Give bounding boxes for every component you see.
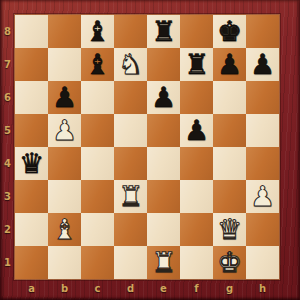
file-label-d: d (114, 280, 147, 300)
square-a1[interactable] (15, 246, 48, 279)
piece-black-queen: ♛ (19, 147, 44, 180)
rank-label-7: 7 (0, 48, 15, 81)
square-a2[interactable] (15, 213, 48, 246)
square-g8[interactable]: ♚ (213, 15, 246, 48)
file-labels: abcdefgh (15, 280, 279, 300)
square-d3[interactable]: ♜ (114, 180, 147, 213)
chessboard-frame: 87654321 ♝♜♚♝♞♜♟♟♟♟♟♟♛♜♟♝♛♜♚ abcdefgh (0, 0, 300, 300)
square-h2[interactable] (246, 213, 279, 246)
file-label-b: b (48, 280, 81, 300)
square-h5[interactable] (246, 114, 279, 147)
rank-label-6: 6 (0, 81, 15, 114)
square-a5[interactable] (15, 114, 48, 147)
square-c3[interactable] (81, 180, 114, 213)
square-d4[interactable] (114, 147, 147, 180)
square-g6[interactable] (213, 81, 246, 114)
rank-label-2: 2 (0, 213, 15, 246)
square-f6[interactable] (180, 81, 213, 114)
piece-white-king: ♚ (217, 246, 242, 279)
square-h3[interactable]: ♟ (246, 180, 279, 213)
square-d5[interactable] (114, 114, 147, 147)
square-d2[interactable] (114, 213, 147, 246)
square-a3[interactable] (15, 180, 48, 213)
square-a8[interactable] (15, 15, 48, 48)
piece-white-bishop: ♝ (52, 213, 77, 246)
square-f2[interactable] (180, 213, 213, 246)
square-g5[interactable] (213, 114, 246, 147)
square-d8[interactable] (114, 15, 147, 48)
rank-label-1: 1 (0, 246, 15, 279)
rank-label-8: 8 (0, 15, 15, 48)
square-b8[interactable] (48, 15, 81, 48)
square-e8[interactable]: ♜ (147, 15, 180, 48)
square-h6[interactable] (246, 81, 279, 114)
square-d7[interactable]: ♞ (114, 48, 147, 81)
square-b1[interactable] (48, 246, 81, 279)
piece-white-queen: ♛ (217, 213, 242, 246)
square-b7[interactable] (48, 48, 81, 81)
piece-black-bishop: ♝ (85, 48, 110, 81)
square-e6[interactable]: ♟ (147, 81, 180, 114)
rank-labels: 87654321 (0, 15, 15, 279)
square-f1[interactable] (180, 246, 213, 279)
square-b2[interactable]: ♝ (48, 213, 81, 246)
square-a4[interactable]: ♛ (15, 147, 48, 180)
piece-black-bishop: ♝ (85, 15, 110, 48)
rank-label-5: 5 (0, 114, 15, 147)
piece-white-rook: ♜ (151, 246, 176, 279)
file-label-h: h (246, 280, 279, 300)
square-e4[interactable] (147, 147, 180, 180)
square-g1[interactable]: ♚ (213, 246, 246, 279)
piece-white-pawn: ♟ (52, 114, 77, 147)
piece-black-pawn: ♟ (250, 48, 275, 81)
square-d6[interactable] (114, 81, 147, 114)
square-c2[interactable] (81, 213, 114, 246)
piece-white-rook: ♜ (118, 180, 143, 213)
square-b4[interactable] (48, 147, 81, 180)
square-c8[interactable]: ♝ (81, 15, 114, 48)
square-h7[interactable]: ♟ (246, 48, 279, 81)
square-f5[interactable]: ♟ (180, 114, 213, 147)
square-h4[interactable] (246, 147, 279, 180)
piece-black-pawn: ♟ (52, 81, 77, 114)
piece-white-pawn: ♟ (250, 180, 275, 213)
square-h8[interactable] (246, 15, 279, 48)
square-d1[interactable] (114, 246, 147, 279)
file-label-g: g (213, 280, 246, 300)
square-c6[interactable] (81, 81, 114, 114)
square-b3[interactable] (48, 180, 81, 213)
square-c7[interactable]: ♝ (81, 48, 114, 81)
piece-black-pawn: ♟ (151, 81, 176, 114)
piece-black-pawn: ♟ (184, 114, 209, 147)
square-g4[interactable] (213, 147, 246, 180)
piece-black-rook: ♜ (184, 48, 209, 81)
square-f3[interactable] (180, 180, 213, 213)
rank-label-3: 3 (0, 180, 15, 213)
piece-black-king: ♚ (217, 15, 242, 48)
square-f4[interactable] (180, 147, 213, 180)
square-g3[interactable] (213, 180, 246, 213)
square-b6[interactable]: ♟ (48, 81, 81, 114)
square-e2[interactable] (147, 213, 180, 246)
square-f8[interactable] (180, 15, 213, 48)
chess-board: ♝♜♚♝♞♜♟♟♟♟♟♟♛♜♟♝♛♜♚ (15, 15, 279, 279)
file-label-a: a (15, 280, 48, 300)
square-h1[interactable] (246, 246, 279, 279)
square-e1[interactable]: ♜ (147, 246, 180, 279)
square-b5[interactable]: ♟ (48, 114, 81, 147)
square-c4[interactable] (81, 147, 114, 180)
file-label-e: e (147, 280, 180, 300)
square-g2[interactable]: ♛ (213, 213, 246, 246)
square-e3[interactable] (147, 180, 180, 213)
square-a6[interactable] (15, 81, 48, 114)
piece-white-knight: ♞ (118, 48, 143, 81)
square-c5[interactable] (81, 114, 114, 147)
rank-label-4: 4 (0, 147, 15, 180)
square-g7[interactable]: ♟ (213, 48, 246, 81)
piece-black-pawn: ♟ (217, 48, 242, 81)
square-f7[interactable]: ♜ (180, 48, 213, 81)
file-label-c: c (81, 280, 114, 300)
piece-black-rook: ♜ (151, 15, 176, 48)
file-label-f: f (180, 280, 213, 300)
square-e7[interactable] (147, 48, 180, 81)
square-c1[interactable] (81, 246, 114, 279)
square-a7[interactable] (15, 48, 48, 81)
square-e5[interactable] (147, 114, 180, 147)
